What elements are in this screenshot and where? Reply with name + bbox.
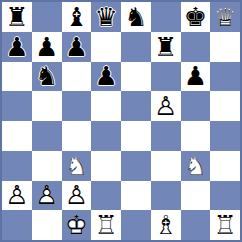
- square-e2[interactable]: [121, 181, 151, 211]
- piece-white-knight[interactable]: ♞♘: [62, 151, 92, 181]
- square-g3[interactable]: ♞♘: [181, 151, 211, 181]
- piece-glyph: ♟: [32, 32, 62, 62]
- piece-glyph: ♜: [2, 2, 32, 32]
- piece-glyph: ♗: [151, 210, 181, 240]
- square-e1[interactable]: [121, 210, 151, 240]
- square-a4[interactable]: [2, 121, 32, 151]
- square-d4[interactable]: [91, 121, 121, 151]
- square-d7[interactable]: [91, 32, 121, 62]
- square-h7[interactable]: [210, 32, 240, 62]
- square-h1[interactable]: ♜♖: [210, 210, 240, 240]
- square-h5[interactable]: [210, 91, 240, 121]
- square-f8[interactable]: [151, 2, 181, 32]
- piece-glyph: ♙: [2, 181, 32, 211]
- piece-glyph: ♟: [62, 32, 92, 62]
- piece-glyph: ♖: [210, 210, 240, 240]
- piece-glyph: ♘: [181, 151, 211, 181]
- square-c2[interactable]: ♟♙: [62, 181, 92, 211]
- piece-white-queen[interactable]: ♛♕: [210, 2, 240, 32]
- square-d8[interactable]: ♛: [91, 2, 121, 32]
- piece-black-pawn[interactable]: ♟: [181, 62, 211, 92]
- square-e3[interactable]: [121, 151, 151, 181]
- piece-glyph: ♟: [91, 62, 121, 92]
- square-d2[interactable]: [91, 181, 121, 211]
- square-g1[interactable]: [181, 210, 211, 240]
- piece-white-pawn[interactable]: ♟♙: [32, 181, 62, 211]
- piece-white-knight[interactable]: ♞♘: [181, 151, 211, 181]
- square-g7[interactable]: [181, 32, 211, 62]
- square-h4[interactable]: [210, 121, 240, 151]
- piece-glyph: ♙: [62, 181, 92, 211]
- square-a5[interactable]: [2, 91, 32, 121]
- piece-black-bishop[interactable]: ♝: [62, 2, 92, 32]
- square-a2[interactable]: ♟♙: [2, 181, 32, 211]
- square-b7[interactable]: ♟: [32, 32, 62, 62]
- piece-black-king[interactable]: ♚: [181, 2, 211, 32]
- square-e6[interactable]: [121, 62, 151, 92]
- square-b1[interactable]: [32, 210, 62, 240]
- square-c5[interactable]: [62, 91, 92, 121]
- piece-glyph: ♙: [32, 181, 62, 211]
- piece-glyph: ♚: [181, 2, 211, 32]
- piece-white-rook[interactable]: ♜♖: [210, 210, 240, 240]
- square-h6[interactable]: [210, 62, 240, 92]
- piece-black-pawn[interactable]: ♟: [2, 32, 32, 62]
- square-f3[interactable]: [151, 151, 181, 181]
- piece-black-pawn[interactable]: ♟: [91, 62, 121, 92]
- square-h8[interactable]: ♛♕: [210, 2, 240, 32]
- chess-board: ♜♝♛♞♚♛♕♟♟♟♜♞♟♟♟♙♞♘♞♘♟♙♟♙♟♙♚♔♜♖♝♗♜♖: [0, 0, 242, 242]
- piece-glyph: ♔: [62, 210, 92, 240]
- square-d3[interactable]: [91, 151, 121, 181]
- piece-glyph: ♘: [62, 151, 92, 181]
- square-h2[interactable]: [210, 181, 240, 211]
- piece-white-pawn[interactable]: ♟♙: [151, 91, 181, 121]
- square-h3[interactable]: [210, 151, 240, 181]
- piece-glyph: ♜: [151, 32, 181, 62]
- square-c6[interactable]: [62, 62, 92, 92]
- square-e8[interactable]: ♞: [121, 2, 151, 32]
- square-b5[interactable]: [32, 91, 62, 121]
- piece-black-pawn[interactable]: ♟: [62, 32, 92, 62]
- piece-white-pawn[interactable]: ♟♙: [2, 181, 32, 211]
- piece-glyph: ♕: [210, 2, 240, 32]
- piece-black-rook[interactable]: ♜: [2, 2, 32, 32]
- piece-white-bishop[interactable]: ♝♗: [151, 210, 181, 240]
- square-f4[interactable]: [151, 121, 181, 151]
- piece-white-pawn[interactable]: ♟♙: [62, 181, 92, 211]
- piece-white-rook[interactable]: ♜♖: [91, 210, 121, 240]
- square-a6[interactable]: [2, 62, 32, 92]
- square-f2[interactable]: [151, 181, 181, 211]
- square-b3[interactable]: [32, 151, 62, 181]
- piece-glyph: ♛: [91, 2, 121, 32]
- square-b8[interactable]: [32, 2, 62, 32]
- square-b4[interactable]: [32, 121, 62, 151]
- square-g2[interactable]: [181, 181, 211, 211]
- piece-glyph: ♟: [2, 32, 32, 62]
- square-c7[interactable]: ♟: [62, 32, 92, 62]
- square-f7[interactable]: ♜: [151, 32, 181, 62]
- square-d1[interactable]: ♜♖: [91, 210, 121, 240]
- piece-glyph: ♝: [62, 2, 92, 32]
- square-a8[interactable]: ♜: [2, 2, 32, 32]
- piece-black-queen[interactable]: ♛: [91, 2, 121, 32]
- piece-glyph: ♞: [121, 2, 151, 32]
- square-c4[interactable]: [62, 121, 92, 151]
- square-a1[interactable]: [2, 210, 32, 240]
- square-f1[interactable]: ♝♗: [151, 210, 181, 240]
- square-g6[interactable]: ♟: [181, 62, 211, 92]
- piece-glyph: ♞: [32, 62, 62, 92]
- piece-glyph: ♖: [91, 210, 121, 240]
- piece-black-rook[interactable]: ♜: [151, 32, 181, 62]
- piece-glyph: ♙: [151, 91, 181, 121]
- square-a7[interactable]: ♟: [2, 32, 32, 62]
- square-f6[interactable]: [151, 62, 181, 92]
- square-g5[interactable]: [181, 91, 211, 121]
- square-b6[interactable]: ♞: [32, 62, 62, 92]
- square-g8[interactable]: ♚: [181, 2, 211, 32]
- square-c3[interactable]: ♞♘: [62, 151, 92, 181]
- piece-black-knight[interactable]: ♞: [32, 62, 62, 92]
- square-c1[interactable]: ♚♔: [62, 210, 92, 240]
- square-d5[interactable]: [91, 91, 121, 121]
- piece-white-king[interactable]: ♚♔: [62, 210, 92, 240]
- square-g4[interactable]: [181, 121, 211, 151]
- square-f5[interactable]: ♟♙: [151, 91, 181, 121]
- square-b2[interactable]: ♟♙: [32, 181, 62, 211]
- square-d6[interactable]: ♟: [91, 62, 121, 92]
- piece-black-pawn[interactable]: ♟: [32, 32, 62, 62]
- piece-black-knight[interactable]: ♞: [121, 2, 151, 32]
- square-e4[interactable]: [121, 121, 151, 151]
- piece-glyph: ♟: [181, 62, 211, 92]
- square-c8[interactable]: ♝: [62, 2, 92, 32]
- square-e5[interactable]: [121, 91, 151, 121]
- square-a3[interactable]: [2, 151, 32, 181]
- square-e7[interactable]: [121, 32, 151, 62]
